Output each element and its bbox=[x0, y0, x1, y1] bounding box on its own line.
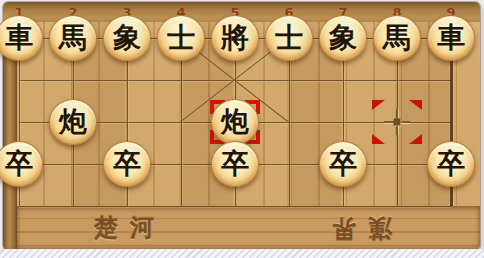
black-soldier[interactable]: 卒 bbox=[211, 141, 259, 187]
black-advisor[interactable]: 士 bbox=[265, 15, 313, 61]
piece-glyph: 卒 bbox=[329, 150, 357, 178]
piece-glyph: 車 bbox=[5, 24, 33, 52]
piece-glyph: 馬 bbox=[59, 24, 87, 52]
black-advisor[interactable]: 士 bbox=[157, 15, 205, 61]
piece-glyph: 馬 bbox=[383, 24, 411, 52]
black-chariot[interactable]: 車 bbox=[427, 15, 475, 61]
black-soldier[interactable]: 卒 bbox=[103, 141, 151, 187]
black-elephant[interactable]: 象 bbox=[319, 15, 367, 61]
black-cannon[interactable]: 炮 bbox=[211, 99, 259, 145]
piece-glyph: 卒 bbox=[5, 150, 33, 178]
piece-glyph: 炮 bbox=[59, 108, 87, 136]
xiangqi-board: 123456789 楚河 漢界 車馬象士將士象馬車炮炮卒卒卒卒卒 bbox=[3, 2, 480, 250]
piece-glyph: 車 bbox=[437, 24, 465, 52]
piece-glyph: 炮 bbox=[221, 108, 249, 136]
piece-glyph: 士 bbox=[275, 24, 303, 52]
piece-glyph: 卒 bbox=[437, 150, 465, 178]
black-elephant[interactable]: 象 bbox=[103, 15, 151, 61]
black-horse[interactable]: 馬 bbox=[373, 15, 421, 61]
pieces-layer: 車馬象士將士象馬車炮炮卒卒卒卒卒 bbox=[0, 17, 478, 227]
piece-glyph: 卒 bbox=[221, 150, 249, 178]
black-horse[interactable]: 馬 bbox=[49, 15, 97, 61]
black-general[interactable]: 將 bbox=[211, 15, 259, 61]
piece-glyph: 將 bbox=[221, 24, 249, 52]
piece-glyph: 卒 bbox=[113, 150, 141, 178]
black-cannon[interactable]: 炮 bbox=[49, 99, 97, 145]
piece-glyph: 象 bbox=[113, 24, 141, 52]
black-soldier[interactable]: 卒 bbox=[0, 141, 43, 187]
black-soldier[interactable]: 卒 bbox=[427, 141, 475, 187]
xiangqi-app-screen: 123456789 楚河 漢界 車馬象士將士象馬車炮炮卒卒卒卒卒 bbox=[0, 0, 484, 258]
page-bottom-hatch bbox=[0, 249, 484, 258]
black-chariot[interactable]: 車 bbox=[0, 15, 43, 61]
move-source-crosshair-marker bbox=[371, 99, 423, 145]
piece-glyph: 士 bbox=[167, 24, 195, 52]
piece-glyph: 象 bbox=[329, 24, 357, 52]
black-soldier[interactable]: 卒 bbox=[319, 141, 367, 187]
